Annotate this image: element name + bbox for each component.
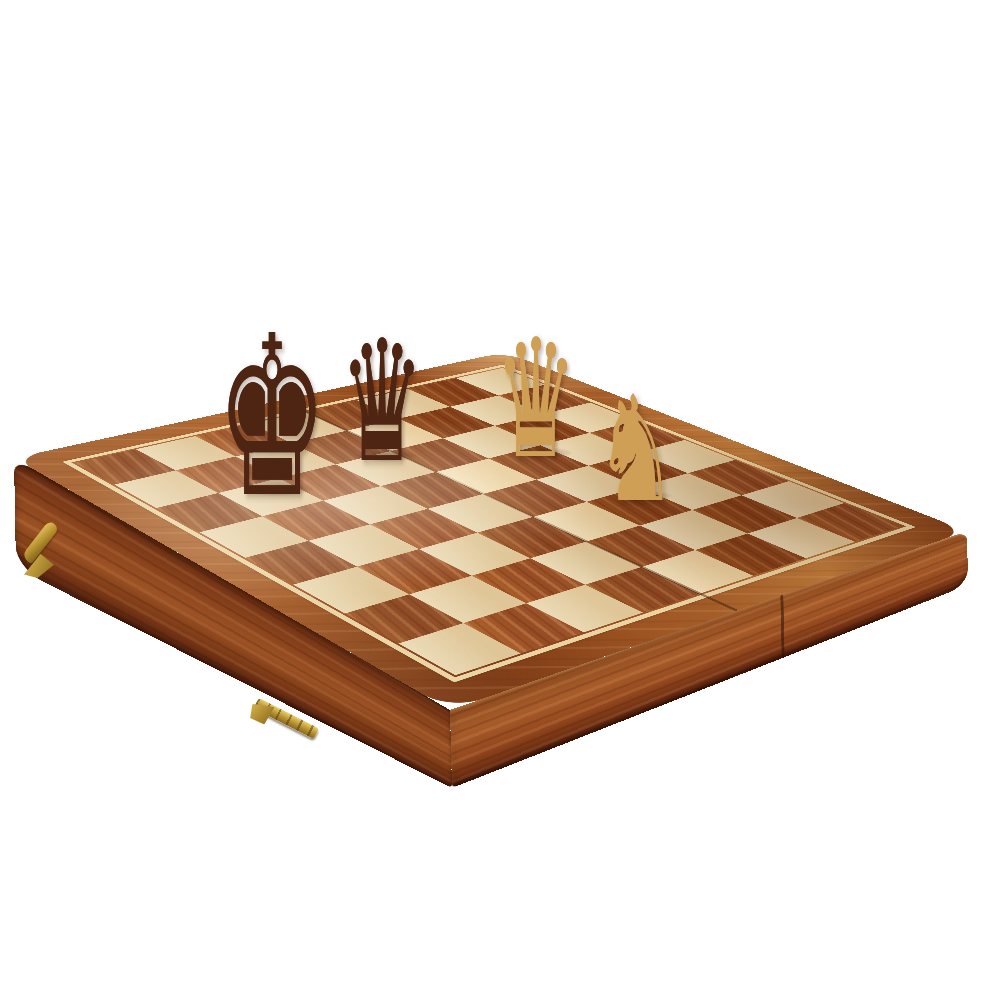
brass-latch: [22, 520, 84, 584]
black-king-piece[interactable]: ♚: [216, 306, 327, 528]
white-knight-piece[interactable]: ♞: [595, 376, 677, 522]
brass-hinge: [256, 697, 326, 727]
black-queen-piece[interactable]: ♛: [340, 318, 424, 486]
chess-board-photo: ♚ ♛ ♛ ♞: [0, 0, 1000, 1000]
white-queen-piece[interactable]: ♛: [495, 318, 577, 482]
board-surface: [14, 352, 967, 710]
fold-seam-wall: [780, 595, 784, 659]
